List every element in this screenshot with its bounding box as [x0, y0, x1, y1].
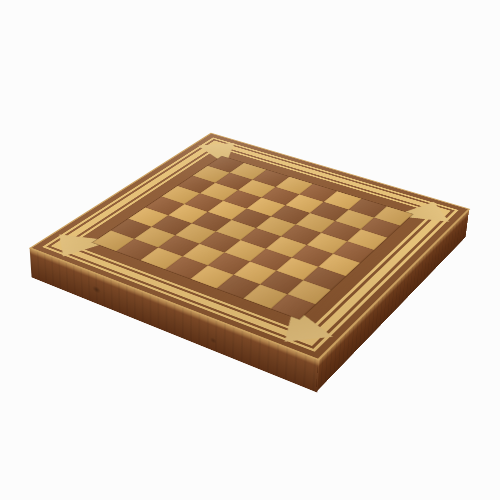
- board-square: [266, 236, 307, 257]
- board-square: [134, 227, 175, 248]
- board-square: [241, 228, 282, 249]
- board-square: [200, 232, 241, 253]
- board-square: [271, 294, 315, 319]
- board-square: [318, 254, 360, 276]
- board-square: [333, 241, 374, 263]
- board-square: [250, 249, 292, 271]
- board-square: [276, 258, 318, 281]
- board-square: [243, 284, 287, 308]
- board-square: [234, 261, 277, 284]
- board-top-face: [29, 133, 470, 361]
- board-square: [287, 280, 330, 304]
- board-square: [292, 245, 333, 267]
- board-square: [260, 271, 303, 294]
- board-square: [191, 265, 234, 288]
- board-square: [347, 229, 387, 250]
- board-square: [158, 235, 199, 256]
- chessboard: [29, 133, 470, 361]
- board-square: [183, 244, 225, 266]
- board-square: [208, 252, 250, 274]
- board-square: [116, 239, 158, 260]
- board-square: [165, 256, 208, 279]
- board-square: [224, 240, 265, 261]
- board-square: [303, 267, 346, 290]
- product-photo-scene: [0, 0, 500, 500]
- board-square: [217, 275, 261, 299]
- board-square: [93, 230, 134, 251]
- board-square: [140, 247, 182, 269]
- board-square: [307, 233, 347, 254]
